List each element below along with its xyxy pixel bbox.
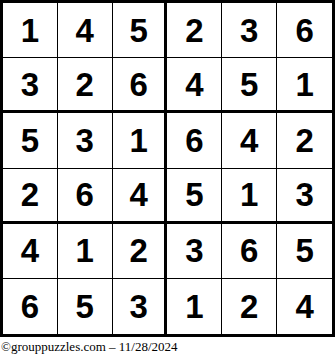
sudoku-cell-r5c2[interactable]: 1	[58, 224, 113, 279]
sudoku-cell-r3c2[interactable]: 3	[58, 113, 113, 168]
sudoku-cell-r4c2[interactable]: 6	[58, 169, 113, 224]
sudoku-cell-r4c4[interactable]: 5	[167, 169, 222, 224]
sudoku-cell-r5c5[interactable]: 6	[222, 224, 277, 279]
sudoku-cell-r2c2[interactable]: 2	[58, 58, 113, 113]
copyright-caption: ©grouppuzzles.com – 11/28/2024	[1, 339, 178, 355]
sudoku-cell-r4c6[interactable]: 3	[277, 169, 332, 224]
sudoku-cell-r5c6[interactable]: 5	[277, 224, 332, 279]
sudoku-cell-r5c4[interactable]: 3	[167, 224, 222, 279]
sudoku-cell-r4c1[interactable]: 2	[3, 169, 58, 224]
sudoku-grid: 145236326451531642264513412365653124	[0, 0, 335, 337]
sudoku-cell-r3c1[interactable]: 5	[3, 113, 58, 168]
sudoku-cell-r5c3[interactable]: 2	[113, 224, 168, 279]
sudoku-cell-r2c5[interactable]: 5	[222, 58, 277, 113]
sudoku-cell-r1c4[interactable]: 2	[167, 3, 222, 58]
sudoku-cell-r1c2[interactable]: 4	[58, 3, 113, 58]
sudoku-cell-r3c3[interactable]: 1	[113, 113, 168, 168]
sudoku-cell-r1c1[interactable]: 1	[3, 3, 58, 58]
sudoku-cell-r6c6[interactable]: 4	[277, 279, 332, 334]
sudoku-cell-r2c1[interactable]: 3	[3, 58, 58, 113]
sudoku-cell-r6c4[interactable]: 1	[167, 279, 222, 334]
sudoku-cell-r6c1[interactable]: 6	[3, 279, 58, 334]
sudoku-cell-r6c2[interactable]: 5	[58, 279, 113, 334]
sudoku-cell-r3c6[interactable]: 2	[277, 113, 332, 168]
sudoku-cell-r4c5[interactable]: 1	[222, 169, 277, 224]
sudoku-cell-r4c3[interactable]: 4	[113, 169, 168, 224]
sudoku-cell-r1c5[interactable]: 3	[222, 3, 277, 58]
sudoku-cell-r1c6[interactable]: 6	[277, 3, 332, 58]
sudoku-cell-r6c5[interactable]: 2	[222, 279, 277, 334]
sudoku-cell-r2c6[interactable]: 1	[277, 58, 332, 113]
sudoku-cell-r2c3[interactable]: 6	[113, 58, 168, 113]
sudoku-page: 145236326451531642264513412365653124 ©gr…	[0, 0, 335, 357]
sudoku-cell-r3c5[interactable]: 4	[222, 113, 277, 168]
sudoku-cell-r3c4[interactable]: 6	[167, 113, 222, 168]
sudoku-cell-r6c3[interactable]: 3	[113, 279, 168, 334]
sudoku-cell-r5c1[interactable]: 4	[3, 224, 58, 279]
sudoku-cell-r1c3[interactable]: 5	[113, 3, 168, 58]
sudoku-cell-r2c4[interactable]: 4	[167, 58, 222, 113]
